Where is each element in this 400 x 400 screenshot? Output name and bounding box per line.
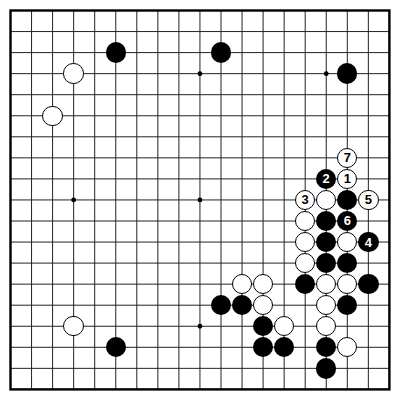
stone-white (316, 295, 336, 315)
stone-black (253, 316, 273, 336)
stone-black (316, 358, 336, 378)
stone-white-move-3: 3 (295, 190, 315, 210)
stone-white (232, 274, 252, 294)
stone-white (42, 106, 62, 126)
stone-black (295, 274, 315, 294)
stone-white (63, 63, 83, 83)
stone-black-move-6: 6 (337, 211, 357, 231)
stone-white (316, 316, 336, 336)
stone-black (253, 337, 273, 357)
move-number: 2 (323, 172, 330, 185)
stone-black (337, 295, 357, 315)
stone-white (253, 295, 273, 315)
stone-black-move-4: 4 (358, 232, 378, 252)
move-number: 1 (344, 172, 351, 185)
stones-layer: 7213564 (0, 0, 400, 400)
stone-white (295, 211, 315, 231)
move-number: 7 (344, 151, 351, 164)
move-number: 3 (302, 193, 309, 206)
stone-white-move-5: 5 (358, 190, 378, 210)
stone-white (337, 337, 357, 357)
stone-black (337, 190, 357, 210)
stone-black (232, 295, 252, 315)
stone-white (295, 253, 315, 273)
stone-black (106, 42, 126, 62)
stone-black (337, 253, 357, 273)
move-number: 5 (365, 193, 372, 206)
stone-white (337, 274, 357, 294)
stone-white-move-1: 1 (337, 169, 357, 189)
move-number: 4 (365, 235, 372, 248)
stone-white (316, 274, 336, 294)
stone-black-move-2: 2 (316, 169, 336, 189)
stone-black (316, 232, 336, 252)
stone-black (211, 295, 231, 315)
stone-black (274, 337, 294, 357)
stone-black (316, 253, 336, 273)
stone-white (316, 190, 336, 210)
stone-white (63, 316, 83, 336)
stone-black (316, 211, 336, 231)
go-board: 7213564 (0, 0, 400, 400)
stone-black (337, 63, 357, 83)
move-number: 6 (344, 214, 351, 227)
stone-black (316, 337, 336, 357)
stone-black (358, 274, 378, 294)
stone-black (211, 42, 231, 62)
stone-white (295, 232, 315, 252)
stone-white (253, 274, 273, 294)
stone-white (274, 316, 294, 336)
stone-white-move-7: 7 (337, 148, 357, 168)
stone-white (337, 232, 357, 252)
stone-black (106, 337, 126, 357)
